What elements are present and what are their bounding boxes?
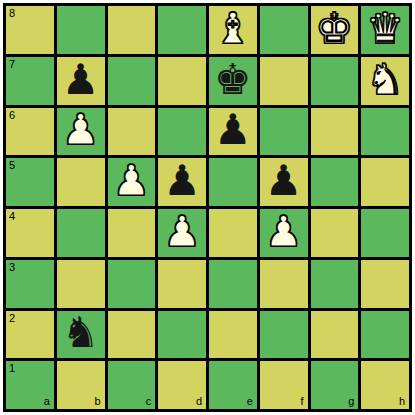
rank-label-5: 5 xyxy=(9,160,15,171)
square-f1[interactable]: f xyxy=(260,361,308,409)
square-f7[interactable] xyxy=(260,57,308,105)
square-h2[interactable] xyxy=(361,311,409,359)
square-d8[interactable] xyxy=(158,6,206,54)
square-a5[interactable]: 5 xyxy=(6,158,54,206)
square-e5[interactable] xyxy=(209,158,257,206)
square-g7[interactable] xyxy=(311,57,359,105)
square-d4[interactable]: ♟ xyxy=(158,209,206,257)
square-c2[interactable] xyxy=(108,311,156,359)
square-a7[interactable]: 7 xyxy=(6,57,54,105)
square-d2[interactable] xyxy=(158,311,206,359)
square-d5[interactable]: ♟ xyxy=(158,158,206,206)
square-d3[interactable] xyxy=(158,260,206,308)
white-pawn-b6: ♟ xyxy=(62,109,100,151)
rank-label-4: 4 xyxy=(9,211,15,222)
square-g6[interactable] xyxy=(311,108,359,156)
square-e7[interactable]: ♚ xyxy=(209,57,257,105)
square-a6[interactable]: 6 xyxy=(6,108,54,156)
square-h6[interactable] xyxy=(361,108,409,156)
white-pawn-c5: ♟ xyxy=(113,160,151,202)
square-c7[interactable] xyxy=(108,57,156,105)
white-bishop-e8: ♝ xyxy=(214,8,252,50)
square-h7[interactable]: ♞ xyxy=(361,57,409,105)
square-g4[interactable] xyxy=(311,209,359,257)
square-d7[interactable] xyxy=(158,57,206,105)
file-label-d: d xyxy=(196,396,202,407)
square-g2[interactable] xyxy=(311,311,359,359)
square-h4[interactable] xyxy=(361,209,409,257)
file-label-h: h xyxy=(399,396,405,407)
file-label-a: a xyxy=(44,396,50,407)
square-g1[interactable]: g xyxy=(311,361,359,409)
white-queen-h8: ♛ xyxy=(366,8,404,50)
square-b4[interactable] xyxy=(57,209,105,257)
file-label-f: f xyxy=(300,396,303,407)
square-e1[interactable]: e xyxy=(209,361,257,409)
square-b2[interactable]: ♞ xyxy=(57,311,105,359)
square-h1[interactable]: h xyxy=(361,361,409,409)
square-f8[interactable] xyxy=(260,6,308,54)
black-king-e7: ♚ xyxy=(214,59,252,101)
square-g3[interactable] xyxy=(311,260,359,308)
file-label-c: c xyxy=(146,396,152,407)
square-a8[interactable]: 8 xyxy=(6,6,54,54)
square-f6[interactable] xyxy=(260,108,308,156)
square-b5[interactable] xyxy=(57,158,105,206)
square-c8[interactable] xyxy=(108,6,156,54)
white-king-g8: ♚ xyxy=(316,8,354,50)
square-c1[interactable]: c xyxy=(108,361,156,409)
square-h5[interactable] xyxy=(361,158,409,206)
square-a4[interactable]: 4 xyxy=(6,209,54,257)
page: 8♝♚♛7♟♚♞6♟♟5♟♟♟4♟♟32♞1abcdefgh xyxy=(0,0,415,415)
square-e4[interactable] xyxy=(209,209,257,257)
chess-board: 8♝♚♛7♟♚♞6♟♟5♟♟♟4♟♟32♞1abcdefgh xyxy=(3,3,412,412)
white-pawn-f4: ♟ xyxy=(265,211,303,253)
square-c3[interactable] xyxy=(108,260,156,308)
square-d1[interactable]: d xyxy=(158,361,206,409)
square-g5[interactable] xyxy=(311,158,359,206)
black-pawn-b7: ♟ xyxy=(62,59,100,101)
square-e8[interactable]: ♝ xyxy=(209,6,257,54)
white-knight-h7: ♞ xyxy=(366,59,404,101)
white-pawn-d4: ♟ xyxy=(163,211,201,253)
square-f5[interactable]: ♟ xyxy=(260,158,308,206)
rank-label-3: 3 xyxy=(9,262,15,273)
square-c6[interactable] xyxy=(108,108,156,156)
black-pawn-e6: ♟ xyxy=(214,109,252,151)
file-label-g: g xyxy=(348,396,354,407)
square-a2[interactable]: 2 xyxy=(6,311,54,359)
rank-label-2: 2 xyxy=(9,313,15,324)
square-a1[interactable]: 1a xyxy=(6,361,54,409)
square-c4[interactable] xyxy=(108,209,156,257)
square-h3[interactable] xyxy=(361,260,409,308)
square-e6[interactable]: ♟ xyxy=(209,108,257,156)
square-h8[interactable]: ♛ xyxy=(361,6,409,54)
square-e3[interactable] xyxy=(209,260,257,308)
square-f3[interactable] xyxy=(260,260,308,308)
square-b6[interactable]: ♟ xyxy=(57,108,105,156)
rank-label-1: 1 xyxy=(9,363,15,374)
rank-label-7: 7 xyxy=(9,59,15,70)
square-c5[interactable]: ♟ xyxy=(108,158,156,206)
square-d6[interactable] xyxy=(158,108,206,156)
square-b7[interactable]: ♟ xyxy=(57,57,105,105)
square-e2[interactable] xyxy=(209,311,257,359)
square-f2[interactable] xyxy=(260,311,308,359)
square-b8[interactable] xyxy=(57,6,105,54)
black-pawn-d5: ♟ xyxy=(163,160,201,202)
rank-label-8: 8 xyxy=(9,8,15,19)
black-knight-b2: ♞ xyxy=(62,312,100,354)
square-g8[interactable]: ♚ xyxy=(311,6,359,54)
file-label-b: b xyxy=(94,396,100,407)
square-f4[interactable]: ♟ xyxy=(260,209,308,257)
black-pawn-f5: ♟ xyxy=(265,160,303,202)
square-b3[interactable] xyxy=(57,260,105,308)
square-a3[interactable]: 3 xyxy=(6,260,54,308)
square-b1[interactable]: b xyxy=(57,361,105,409)
file-label-e: e xyxy=(247,396,253,407)
rank-label-6: 6 xyxy=(9,110,15,121)
